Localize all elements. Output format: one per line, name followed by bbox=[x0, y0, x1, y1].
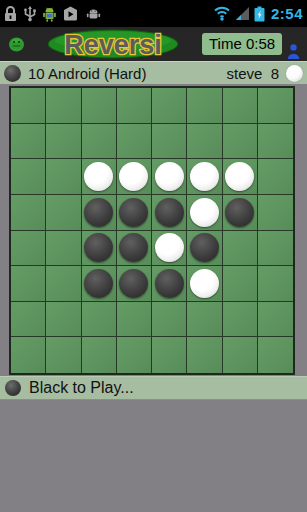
board-cell-b1[interactable] bbox=[46, 88, 81, 124]
board-cell-d6[interactable] bbox=[117, 266, 152, 302]
board-cell-h4[interactable] bbox=[258, 195, 293, 231]
system-status-icons: 2:54 bbox=[213, 5, 303, 22]
white-disc bbox=[119, 162, 148, 191]
white-disc bbox=[84, 162, 113, 191]
board-cell-c3[interactable] bbox=[82, 159, 117, 195]
reversi-app-screen: 2:54 Reversi Time 0:58 bbox=[0, 0, 307, 512]
black-disc-icon bbox=[4, 65, 21, 82]
black-disc bbox=[119, 198, 148, 227]
board-cell-e5[interactable] bbox=[152, 231, 187, 267]
board-cell-b5[interactable] bbox=[46, 231, 81, 267]
board-cell-c8[interactable] bbox=[82, 337, 117, 373]
board-cell-g1[interactable] bbox=[223, 88, 258, 124]
board-cell-e6[interactable] bbox=[152, 266, 187, 302]
score-bar: 10 Android (Hard) steve 8 bbox=[0, 61, 307, 84]
board-cell-b7[interactable] bbox=[46, 302, 81, 338]
white-disc bbox=[155, 233, 184, 262]
board-cell-f4[interactable] bbox=[187, 195, 222, 231]
board-cell-g4[interactable] bbox=[223, 195, 258, 231]
black-disc bbox=[84, 269, 113, 298]
game-timer: Time 0:58 bbox=[202, 33, 282, 55]
black-player-label: 10 Android (Hard) bbox=[28, 65, 146, 82]
signal-icon bbox=[235, 6, 250, 21]
board-cell-f5[interactable] bbox=[187, 231, 222, 267]
android-debug-icon bbox=[43, 6, 56, 22]
board-cell-f3[interactable] bbox=[187, 159, 222, 195]
board-cell-f8[interactable] bbox=[187, 337, 222, 373]
board-cell-b4[interactable] bbox=[46, 195, 81, 231]
board-cell-e4[interactable] bbox=[152, 195, 187, 231]
black-disc bbox=[155, 269, 184, 298]
play-box-icon bbox=[63, 6, 78, 21]
board-cell-d1[interactable] bbox=[117, 88, 152, 124]
black-disc bbox=[119, 269, 148, 298]
board-cell-b8[interactable] bbox=[46, 337, 81, 373]
app-title-bar: Reversi Time 0:58 bbox=[0, 27, 307, 61]
black-disc bbox=[84, 198, 113, 227]
board-cell-e2[interactable] bbox=[152, 124, 187, 160]
board-cell-d8[interactable] bbox=[117, 337, 152, 373]
black-disc bbox=[225, 198, 254, 227]
board-cell-g3[interactable] bbox=[223, 159, 258, 195]
android-icon bbox=[85, 7, 102, 20]
board-cell-a1[interactable] bbox=[11, 88, 46, 124]
board-cell-e7[interactable] bbox=[152, 302, 187, 338]
board-cell-d3[interactable] bbox=[117, 159, 152, 195]
board-cell-e3[interactable] bbox=[152, 159, 187, 195]
board-cell-d5[interactable] bbox=[117, 231, 152, 267]
board-cell-f2[interactable] bbox=[187, 124, 222, 160]
black-disc bbox=[190, 233, 219, 262]
white-disc-icon bbox=[286, 65, 303, 82]
board-cell-c7[interactable] bbox=[82, 302, 117, 338]
board-cell-f1[interactable] bbox=[187, 88, 222, 124]
board-cell-g2[interactable] bbox=[223, 124, 258, 160]
wifi-icon bbox=[213, 6, 231, 21]
board-cell-a6[interactable] bbox=[11, 266, 46, 302]
app-android-icon bbox=[8, 36, 25, 53]
board-cell-e8[interactable] bbox=[152, 337, 187, 373]
reversi-logo-text: Reversi bbox=[64, 30, 162, 60]
board-cell-a8[interactable] bbox=[11, 337, 46, 373]
turn-message: Black to Play... bbox=[29, 379, 134, 397]
board-cell-d2[interactable] bbox=[117, 124, 152, 160]
board-cell-c2[interactable] bbox=[82, 124, 117, 160]
black-player-score: 10 Android (Hard) bbox=[4, 65, 226, 82]
reversi-board bbox=[9, 86, 295, 375]
board-cell-h3[interactable] bbox=[258, 159, 293, 195]
board-cell-a2[interactable] bbox=[11, 124, 46, 160]
lock-icon bbox=[4, 6, 17, 22]
black-disc bbox=[155, 198, 184, 227]
board-cell-f7[interactable] bbox=[187, 302, 222, 338]
white-disc bbox=[225, 162, 254, 191]
black-disc bbox=[119, 233, 148, 262]
board-cell-c1[interactable] bbox=[82, 88, 117, 124]
board-cell-h6[interactable] bbox=[258, 266, 293, 302]
board-cell-c4[interactable] bbox=[82, 195, 117, 231]
board-cell-h1[interactable] bbox=[258, 88, 293, 124]
board-cell-c5[interactable] bbox=[82, 231, 117, 267]
board-cell-h8[interactable] bbox=[258, 337, 293, 373]
player-person-icon[interactable] bbox=[287, 44, 300, 59]
board-cell-f6[interactable] bbox=[187, 266, 222, 302]
white-player-label: steve 8 bbox=[226, 65, 279, 82]
usb-icon bbox=[24, 6, 36, 22]
board-cell-h5[interactable] bbox=[258, 231, 293, 267]
board-cell-d4[interactable] bbox=[117, 195, 152, 231]
board-cell-a4[interactable] bbox=[11, 195, 46, 231]
reversi-logo: Reversi bbox=[46, 28, 180, 62]
board-cell-g6[interactable] bbox=[223, 266, 258, 302]
board-cell-c6[interactable] bbox=[82, 266, 117, 302]
battery-charging-icon bbox=[254, 6, 265, 22]
android-status-bar: 2:54 bbox=[0, 0, 307, 27]
board-cell-a5[interactable] bbox=[11, 231, 46, 267]
turn-disc-icon bbox=[5, 380, 21, 396]
black-disc bbox=[84, 233, 113, 262]
board-cell-b2[interactable] bbox=[46, 124, 81, 160]
board-cell-d7[interactable] bbox=[117, 302, 152, 338]
board-cell-g5[interactable] bbox=[223, 231, 258, 267]
status-clock: 2:54 bbox=[271, 5, 303, 22]
board-cell-a3[interactable] bbox=[11, 159, 46, 195]
board-cell-b3[interactable] bbox=[46, 159, 81, 195]
white-player-score: steve 8 bbox=[226, 65, 303, 82]
notification-icons bbox=[4, 6, 213, 22]
white-disc bbox=[190, 198, 219, 227]
white-disc bbox=[190, 162, 219, 191]
turn-message-bar: Black to Play... bbox=[0, 376, 307, 400]
white-disc bbox=[155, 162, 184, 191]
board-cell-h2[interactable] bbox=[258, 124, 293, 160]
board-cell-h7[interactable] bbox=[258, 302, 293, 338]
board-cell-g7[interactable] bbox=[223, 302, 258, 338]
board-cell-e1[interactable] bbox=[152, 88, 187, 124]
board-cell-b6[interactable] bbox=[46, 266, 81, 302]
white-disc bbox=[190, 269, 219, 298]
board-cell-a7[interactable] bbox=[11, 302, 46, 338]
board-cell-g8[interactable] bbox=[223, 337, 258, 373]
